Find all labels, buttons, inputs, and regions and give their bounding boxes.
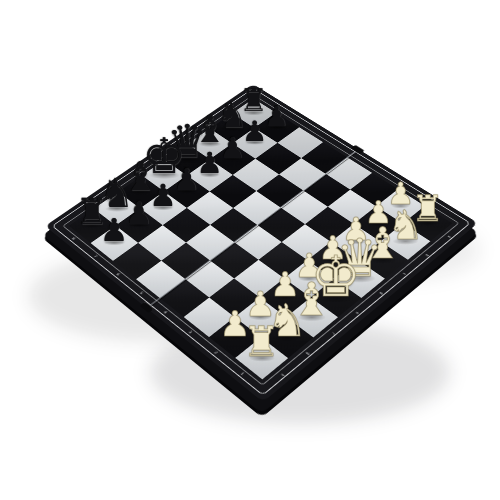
- coord-label-d: d: [377, 291, 383, 295]
- coord-label-4: 4: [163, 310, 168, 314]
- coord-label-a: a: [446, 235, 451, 239]
- coord-label-2: 2: [213, 350, 219, 354]
- product-photo: abcdefgh87654321 ♜♟♞♟♝♟♛♟♚♟♝♟♟♞♜♟♟♜♞♟♟♝♟…: [0, 0, 500, 500]
- coord-label-g: g: [305, 351, 311, 355]
- coord-label-7: 7: [93, 254, 98, 258]
- coord-label-1: 1: [240, 372, 246, 377]
- coord-label-6: 6: [115, 272, 120, 276]
- coord-label-c: c: [401, 272, 406, 276]
- coord-label-h: h: [279, 372, 285, 377]
- coord-label-8: 8: [71, 237, 76, 241]
- coord-label-5: 5: [139, 291, 144, 295]
- coord-label-3: 3: [188, 330, 193, 334]
- coord-label-e: e: [354, 310, 360, 314]
- coord-label-b: b: [423, 253, 428, 257]
- coord-label-f: f: [330, 331, 335, 335]
